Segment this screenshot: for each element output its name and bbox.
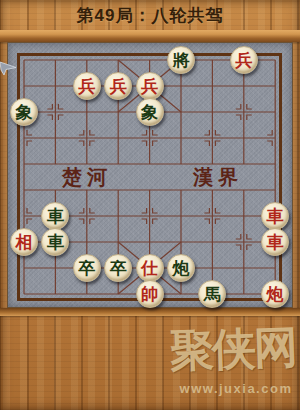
piece-black-elephant[interactable]: 象 [136,98,164,126]
piece-red-soldier[interactable]: 兵 [73,72,101,100]
puzzle-title: 第49局：八轮共驾 [0,0,300,30]
piece-black-chariot[interactable]: 車 [41,202,69,230]
xiangqi-board: 楚河 漢界 將兵兵兵兵象象車車相車車卒卒仕炮帥馬炮 [7,42,293,308]
piece-red-chariot[interactable]: 車 [261,228,289,256]
game-screen: 第49局：八轮共驾 楚河 漢界 將兵兵兵兵象象車車相車車卒卒仕炮帥馬炮 聚侠网 … [0,0,300,410]
piece-black-soldier[interactable]: 卒 [73,254,101,282]
piece-red-advisor[interactable]: 仕 [136,254,164,282]
cursor-arrow-icon [0,60,18,78]
juxia-logo: 聚侠网 [167,316,299,384]
piece-black-soldier[interactable]: 卒 [104,254,132,282]
piece-red-chariot[interactable]: 車 [261,202,289,230]
juxia-url: www.juxia.com [174,381,298,396]
piece-black-cannon[interactable]: 炮 [167,254,195,282]
piece-red-soldier[interactable]: 兵 [136,72,164,100]
wood-trim-top [0,30,300,42]
wood-trim-bottom [0,308,300,316]
piece-black-elephant[interactable]: 象 [10,98,38,126]
piece-red-general[interactable]: 帥 [136,280,164,308]
piece-black-chariot[interactable]: 車 [41,228,69,256]
piece-red-cannon[interactable]: 炮 [261,280,289,308]
piece-black-general[interactable]: 將 [167,46,195,74]
piece-red-soldier[interactable]: 兵 [230,46,258,74]
piece-grid: 將兵兵兵兵象象車車相車車卒卒仕炮帥馬炮 [8,47,291,307]
piece-black-horse[interactable]: 馬 [198,280,226,308]
piece-red-soldier[interactable]: 兵 [104,72,132,100]
piece-red-elephant[interactable]: 相 [10,228,38,256]
